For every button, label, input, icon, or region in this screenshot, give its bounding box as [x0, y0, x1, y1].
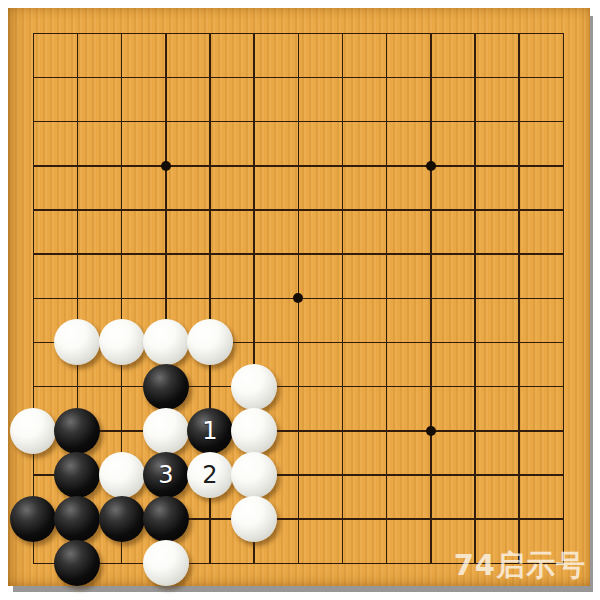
white-stone[interactable] — [99, 452, 145, 498]
white-stone[interactable] — [143, 540, 189, 586]
grid-line-horizontal — [33, 430, 565, 432]
go-diagram: 132 74启示号 — [0, 0, 600, 600]
white-stone[interactable] — [231, 496, 277, 542]
grid-line-vertical — [563, 33, 565, 565]
black-stone[interactable] — [54, 452, 100, 498]
white-stone[interactable] — [231, 408, 277, 454]
white-stone[interactable] — [10, 408, 56, 454]
grid-line-vertical — [518, 33, 520, 565]
grid-line-vertical — [474, 33, 476, 565]
star-point — [426, 161, 436, 171]
white-stone[interactable] — [54, 319, 100, 365]
grid-line-vertical — [430, 33, 432, 565]
star-point — [426, 426, 436, 436]
star-point — [293, 293, 303, 303]
star-point — [161, 161, 171, 171]
black-stone[interactable] — [143, 364, 189, 410]
move-number: 1 — [202, 419, 217, 443]
move-number: 3 — [158, 463, 173, 487]
white-stone[interactable] — [187, 319, 233, 365]
black-stone[interactable] — [54, 408, 100, 454]
white-stone[interactable] — [231, 452, 277, 498]
black-stone[interactable] — [143, 496, 189, 542]
white-stone[interactable] — [231, 364, 277, 410]
white-stone[interactable] — [143, 319, 189, 365]
white-stone[interactable] — [99, 319, 145, 365]
black-stone[interactable] — [10, 496, 56, 542]
black-stone[interactable] — [99, 496, 145, 542]
grid-line-vertical — [342, 33, 344, 565]
black-stone[interactable]: 3 — [143, 452, 189, 498]
white-stone[interactable] — [143, 408, 189, 454]
black-stone[interactable] — [54, 540, 100, 586]
grid-line-vertical — [386, 33, 388, 565]
grid-line-horizontal — [33, 386, 565, 388]
white-stone[interactable]: 2 — [187, 452, 233, 498]
move-number: 2 — [202, 463, 217, 487]
watermark: 74启示号 — [454, 546, 586, 586]
board-layer: 132 — [0, 0, 600, 600]
black-stone[interactable]: 1 — [187, 408, 233, 454]
black-stone[interactable] — [54, 496, 100, 542]
